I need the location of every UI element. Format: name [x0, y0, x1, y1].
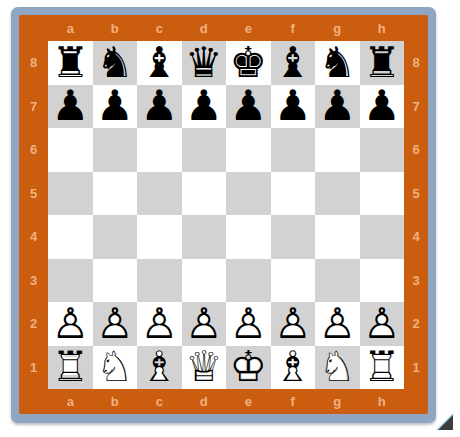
rank-label-4-right: 4 [404, 215, 428, 259]
square-d5[interactable] [182, 172, 227, 216]
square-a6[interactable] [48, 128, 93, 172]
piece-black-rook[interactable]: ♖♜ [48, 41, 93, 85]
piece-outline-layer: ♙ [48, 302, 93, 346]
square-b7[interactable]: ♙♟ [93, 85, 138, 129]
piece-black-knight[interactable]: ♘♞ [93, 41, 138, 85]
rank-label-3-right: 3 [404, 259, 428, 303]
rank-label-5-left: 5 [19, 172, 48, 216]
rank-label-3-left: 3 [19, 259, 48, 303]
square-d7[interactable]: ♙♟ [182, 85, 227, 129]
piece-outline-layer: ♟ [360, 85, 405, 129]
piece-black-king[interactable]: ♔♚ [226, 41, 271, 85]
square-e5[interactable] [226, 172, 271, 216]
piece-white-bishop[interactable]: ♝♗ [137, 346, 182, 390]
square-a7[interactable]: ♙♟ [48, 85, 93, 129]
square-a8[interactable]: ♖♜ [48, 41, 93, 85]
square-c8[interactable]: ♗♝ [137, 41, 182, 85]
piece-outline-layer: ♔ [226, 346, 271, 390]
square-g6[interactable] [315, 128, 360, 172]
piece-outline-layer: ♙ [182, 302, 227, 346]
piece-outline-layer: ♛ [182, 41, 227, 85]
square-c4[interactable] [137, 215, 182, 259]
square-d4[interactable] [182, 215, 227, 259]
rank-label-7-right: 7 [404, 85, 428, 129]
piece-outline-layer: ♟ [315, 85, 360, 129]
square-a2[interactable]: ♟♙ [48, 302, 93, 346]
piece-white-knight[interactable]: ♞♘ [315, 346, 360, 390]
square-b5[interactable] [93, 172, 138, 216]
piece-white-rook[interactable]: ♜♖ [48, 346, 93, 390]
rank-label-6-left: 6 [19, 128, 48, 172]
rank-label-4-left: 4 [19, 215, 48, 259]
square-g2[interactable]: ♟♙ [315, 302, 360, 346]
piece-outline-layer: ♙ [315, 302, 360, 346]
resize-handle-icon[interactable] [434, 411, 454, 431]
square-d1[interactable]: ♛♕ [182, 346, 227, 390]
piece-white-pawn[interactable]: ♟♙ [315, 302, 360, 346]
rank-label-7-left: 7 [19, 85, 48, 129]
board-frame-corner [404, 389, 428, 414]
piece-white-king[interactable]: ♚♔ [226, 346, 271, 390]
rank-label-2-right: 2 [404, 302, 428, 346]
piece-outline-layer: ♗ [137, 346, 182, 390]
square-a3[interactable] [48, 259, 93, 303]
piece-black-knight[interactable]: ♘♞ [315, 41, 360, 85]
board-frame-corner [19, 389, 48, 414]
file-label-g-bottom: g [315, 389, 360, 414]
square-h1[interactable]: ♜♖ [360, 346, 405, 390]
square-f1[interactable]: ♝♗ [271, 346, 316, 390]
piece-outline-layer: ♟ [182, 85, 227, 129]
rank-label-1-left: 1 [19, 346, 48, 390]
square-c7[interactable]: ♙♟ [137, 85, 182, 129]
square-c1[interactable]: ♝♗ [137, 346, 182, 390]
piece-black-pawn[interactable]: ♙♟ [315, 85, 360, 129]
piece-outline-layer: ♘ [315, 346, 360, 390]
piece-outline-layer: ♙ [271, 302, 316, 346]
square-a1[interactable]: ♜♖ [48, 346, 93, 390]
square-b1[interactable]: ♞♘ [93, 346, 138, 390]
piece-outline-layer: ♚ [226, 41, 271, 85]
piece-outline-layer: ♙ [137, 302, 182, 346]
square-c6[interactable] [137, 128, 182, 172]
square-f4[interactable] [271, 215, 316, 259]
file-label-a-bottom: a [48, 389, 93, 414]
board-frame-corner [19, 15, 48, 41]
square-h6[interactable] [360, 128, 405, 172]
square-h3[interactable] [360, 259, 405, 303]
piece-black-pawn[interactable]: ♙♟ [93, 85, 138, 129]
rank-label-6-right: 6 [404, 128, 428, 172]
piece-white-pawn[interactable]: ♟♙ [137, 302, 182, 346]
file-label-d-bottom: d [182, 389, 227, 414]
piece-outline-layer: ♝ [137, 41, 182, 85]
square-e2[interactable]: ♟♙ [226, 302, 271, 346]
file-label-b-bottom: b [93, 389, 138, 414]
piece-white-knight[interactable]: ♞♘ [93, 346, 138, 390]
square-g3[interactable] [315, 259, 360, 303]
square-c3[interactable] [137, 259, 182, 303]
piece-outline-layer: ♟ [48, 85, 93, 129]
piece-outline-layer: ♖ [48, 346, 93, 390]
square-h5[interactable] [360, 172, 405, 216]
square-b6[interactable] [93, 128, 138, 172]
piece-white-pawn[interactable]: ♟♙ [48, 302, 93, 346]
piece-outline-layer: ♙ [93, 302, 138, 346]
rank-label-5-right: 5 [404, 172, 428, 216]
square-f5[interactable] [271, 172, 316, 216]
piece-outline-layer: ♟ [226, 85, 271, 129]
square-d3[interactable] [182, 259, 227, 303]
square-c2[interactable]: ♟♙ [137, 302, 182, 346]
square-h8[interactable]: ♖♜ [360, 41, 405, 85]
piece-outline-layer: ♗ [271, 346, 316, 390]
square-a5[interactable] [48, 172, 93, 216]
square-b2[interactable]: ♟♙ [93, 302, 138, 346]
square-f8[interactable]: ♗♝ [271, 41, 316, 85]
square-f7[interactable]: ♙♟ [271, 85, 316, 129]
piece-outline-layer: ♜ [360, 41, 405, 85]
square-d8[interactable]: ♕♛ [182, 41, 227, 85]
file-label-h-bottom: h [360, 389, 405, 414]
piece-white-pawn[interactable]: ♟♙ [226, 302, 271, 346]
square-g7[interactable]: ♙♟ [315, 85, 360, 129]
piece-outline-layer: ♖ [360, 346, 405, 390]
square-e7[interactable]: ♙♟ [226, 85, 271, 129]
file-label-f-bottom: f [271, 389, 316, 414]
square-b4[interactable] [93, 215, 138, 259]
square-h4[interactable] [360, 215, 405, 259]
chess-board: abcdefgh8♖♜♘♞♗♝♕♛♔♚♗♝♘♞♖♜87♙♟♙♟♙♟♙♟♙♟♙♟♙… [19, 15, 428, 414]
square-d2[interactable]: ♟♙ [182, 302, 227, 346]
square-e3[interactable] [226, 259, 271, 303]
rank-label-8-left: 8 [19, 41, 48, 85]
board-frame-corner [404, 15, 428, 41]
square-b3[interactable] [93, 259, 138, 303]
square-e6[interactable] [226, 128, 271, 172]
piece-black-pawn[interactable]: ♙♟ [48, 85, 93, 129]
piece-outline-layer: ♝ [271, 41, 316, 85]
piece-outline-layer: ♙ [360, 302, 405, 346]
file-label-e-bottom: e [226, 389, 271, 414]
piece-white-bishop[interactable]: ♝♗ [271, 346, 316, 390]
square-d6[interactable] [182, 128, 227, 172]
square-h2[interactable]: ♟♙ [360, 302, 405, 346]
square-f2[interactable]: ♟♙ [271, 302, 316, 346]
piece-white-pawn[interactable]: ♟♙ [271, 302, 316, 346]
square-f3[interactable] [271, 259, 316, 303]
piece-outline-layer: ♕ [182, 346, 227, 390]
piece-white-pawn[interactable]: ♟♙ [360, 302, 405, 346]
square-g1[interactable]: ♞♘ [315, 346, 360, 390]
piece-outline-layer: ♟ [137, 85, 182, 129]
piece-outline-layer: ♞ [93, 41, 138, 85]
square-c5[interactable] [137, 172, 182, 216]
piece-outline-layer: ♞ [315, 41, 360, 85]
piece-black-rook[interactable]: ♖♜ [360, 41, 405, 85]
piece-outline-layer: ♟ [271, 85, 316, 129]
piece-white-pawn[interactable]: ♟♙ [182, 302, 227, 346]
piece-black-pawn[interactable]: ♙♟ [226, 85, 271, 129]
square-f6[interactable] [271, 128, 316, 172]
piece-black-queen[interactable]: ♕♛ [182, 41, 227, 85]
piece-white-pawn[interactable]: ♟♙ [93, 302, 138, 346]
piece-black-pawn[interactable]: ♙♟ [360, 85, 405, 129]
file-label-c-bottom: c [137, 389, 182, 414]
piece-outline-layer: ♟ [93, 85, 138, 129]
square-g4[interactable] [315, 215, 360, 259]
piece-black-bishop[interactable]: ♗♝ [137, 41, 182, 85]
rank-label-2-left: 2 [19, 302, 48, 346]
piece-white-rook[interactable]: ♜♖ [360, 346, 405, 390]
square-h7[interactable]: ♙♟ [360, 85, 405, 129]
rank-label-8-right: 8 [404, 41, 428, 85]
square-e1[interactable]: ♚♔ [226, 346, 271, 390]
piece-black-pawn[interactable]: ♙♟ [271, 85, 316, 129]
piece-white-queen[interactable]: ♛♕ [182, 346, 227, 390]
piece-outline-layer: ♙ [226, 302, 271, 346]
piece-black-pawn[interactable]: ♙♟ [182, 85, 227, 129]
piece-black-bishop[interactable]: ♗♝ [271, 41, 316, 85]
square-g5[interactable] [315, 172, 360, 216]
square-g8[interactable]: ♘♞ [315, 41, 360, 85]
piece-outline-layer: ♘ [93, 346, 138, 390]
chess-board-widget: abcdefgh8♖♜♘♞♗♝♕♛♔♚♗♝♘♞♖♜87♙♟♙♟♙♟♙♟♙♟♙♟♙… [11, 7, 436, 423]
rank-label-1-right: 1 [404, 346, 428, 390]
piece-black-pawn[interactable]: ♙♟ [137, 85, 182, 129]
square-e8[interactable]: ♔♚ [226, 41, 271, 85]
square-e4[interactable] [226, 215, 271, 259]
square-a4[interactable] [48, 215, 93, 259]
piece-outline-layer: ♜ [48, 41, 93, 85]
square-b8[interactable]: ♘♞ [93, 41, 138, 85]
